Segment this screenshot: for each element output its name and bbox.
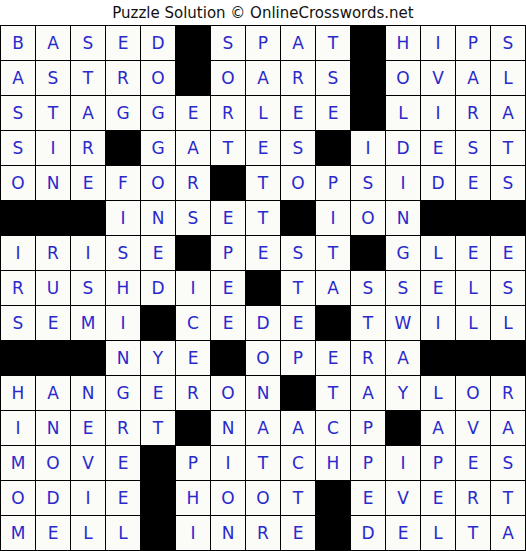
black-cell	[1, 201, 36, 236]
letter-cell: N	[71, 376, 106, 411]
letter-cell: O	[386, 61, 421, 96]
letter-cell: C	[316, 411, 351, 446]
letter-cell: A	[1, 61, 36, 96]
letter-cell: M	[71, 306, 106, 341]
letter-cell: I	[1, 236, 36, 271]
letter-cell: P	[316, 166, 351, 201]
letter-cell: A	[36, 376, 71, 411]
letter-cell: E	[211, 271, 246, 306]
letter-cell: R	[491, 376, 526, 411]
letter-cell: I	[106, 201, 141, 236]
letter-cell: N	[36, 411, 71, 446]
black-cell	[351, 96, 386, 131]
letter-cell: H	[1, 376, 36, 411]
letter-cell: R	[106, 411, 141, 446]
black-cell	[71, 201, 106, 236]
black-cell	[1, 341, 36, 376]
letter-cell: A	[246, 411, 281, 446]
letter-cell: N	[246, 376, 281, 411]
letter-cell: R	[351, 341, 386, 376]
letter-cell: V	[71, 446, 106, 481]
black-cell	[141, 446, 176, 481]
letter-cell: E	[456, 166, 491, 201]
letter-cell: F	[106, 166, 141, 201]
letter-cell: E	[421, 481, 456, 516]
letter-cell: L	[386, 96, 421, 131]
letter-cell: D	[246, 306, 281, 341]
black-cell	[211, 166, 246, 201]
letter-cell: S	[281, 131, 316, 166]
letter-cell: L	[421, 236, 456, 271]
letter-cell: E	[351, 481, 386, 516]
letter-cell: L	[421, 516, 456, 551]
black-cell	[351, 26, 386, 61]
letter-cell: I	[211, 446, 246, 481]
black-cell	[456, 201, 491, 236]
letter-cell: A	[351, 376, 386, 411]
letter-cell: T	[456, 516, 491, 551]
letter-cell: Y	[386, 376, 421, 411]
letter-cell: E	[106, 446, 141, 481]
letter-cell: H	[106, 271, 141, 306]
letter-cell: N	[211, 411, 246, 446]
letter-cell: C	[176, 306, 211, 341]
letter-cell: E	[71, 166, 106, 201]
letter-cell: A	[316, 271, 351, 306]
letter-cell: D	[141, 271, 176, 306]
letter-cell: S	[71, 26, 106, 61]
black-cell	[71, 341, 106, 376]
letter-cell: S	[71, 271, 106, 306]
letter-cell: A	[281, 26, 316, 61]
letter-cell: T	[281, 481, 316, 516]
letter-cell: O	[456, 376, 491, 411]
letter-cell: O	[1, 166, 36, 201]
black-cell	[36, 341, 71, 376]
letter-cell: E	[281, 96, 316, 131]
letter-cell: R	[71, 131, 106, 166]
letter-cell: S	[36, 61, 71, 96]
letter-cell: O	[211, 481, 246, 516]
letter-cell: R	[106, 61, 141, 96]
letter-cell: T	[316, 236, 351, 271]
black-cell	[176, 61, 211, 96]
letter-cell: S	[106, 236, 141, 271]
letter-cell: H	[176, 481, 211, 516]
letter-cell: L	[491, 61, 526, 96]
letter-cell: E	[106, 26, 141, 61]
letter-cell: M	[1, 516, 36, 551]
letter-cell: R	[246, 516, 281, 551]
black-cell	[491, 201, 526, 236]
letter-cell: R	[456, 481, 491, 516]
letter-cell: S	[1, 306, 36, 341]
letter-cell: L	[456, 306, 491, 341]
letter-cell: N	[141, 201, 176, 236]
letter-cell: E	[491, 236, 526, 271]
letter-cell: E	[456, 236, 491, 271]
letter-cell: R	[36, 236, 71, 271]
letter-cell: O	[141, 166, 176, 201]
black-cell	[281, 376, 316, 411]
letter-cell: A	[456, 61, 491, 96]
letter-cell: E	[211, 201, 246, 236]
letter-cell: E	[36, 306, 71, 341]
black-cell	[351, 236, 386, 271]
black-cell	[246, 271, 281, 306]
letter-cell: T	[491, 131, 526, 166]
letter-cell: P	[351, 446, 386, 481]
letter-cell: S	[351, 271, 386, 306]
letter-cell: E	[386, 516, 421, 551]
letter-cell: D	[421, 166, 456, 201]
letter-cell: S	[316, 61, 351, 96]
page-title: Puzzle Solution © OnlineCrosswords.net	[0, 0, 526, 25]
black-cell	[176, 26, 211, 61]
letter-cell: S	[351, 166, 386, 201]
letter-cell: T	[141, 411, 176, 446]
letter-cell: V	[386, 481, 421, 516]
letter-cell: O	[141, 61, 176, 96]
letter-cell: C	[281, 446, 316, 481]
letter-cell: L	[421, 376, 456, 411]
letter-cell: T	[351, 306, 386, 341]
puzzle-solution-page: Puzzle Solution © OnlineCrosswords.net B…	[0, 0, 526, 551]
letter-cell: I	[421, 306, 456, 341]
letter-cell: E	[281, 306, 316, 341]
letter-cell: E	[246, 236, 281, 271]
letter-cell: I	[176, 271, 211, 306]
crossword-grid: BASEDSPATHIPSASTROOARSOVALSTAGGERLEELIRA…	[0, 25, 526, 551]
black-cell	[351, 61, 386, 96]
letter-cell: E	[456, 446, 491, 481]
letter-cell: O	[246, 341, 281, 376]
letter-cell: R	[281, 61, 316, 96]
letter-cell: T	[71, 61, 106, 96]
letter-cell: P	[246, 26, 281, 61]
letter-cell: I	[176, 516, 211, 551]
letter-cell: S	[386, 271, 421, 306]
letter-cell: I	[421, 26, 456, 61]
letter-cell: E	[421, 271, 456, 306]
letter-cell: R	[176, 166, 211, 201]
letter-cell: R	[456, 96, 491, 131]
letter-cell: U	[36, 271, 71, 306]
letter-cell: A	[246, 61, 281, 96]
letter-cell: A	[281, 411, 316, 446]
black-cell	[141, 481, 176, 516]
letter-cell: S	[456, 131, 491, 166]
letter-cell: P	[421, 446, 456, 481]
letter-cell: A	[71, 96, 106, 131]
letter-cell: O	[36, 446, 71, 481]
letter-cell: A	[491, 516, 526, 551]
letter-cell: T	[211, 131, 246, 166]
letter-cell: E	[176, 96, 211, 131]
letter-cell: R	[1, 271, 36, 306]
letter-cell: Y	[141, 341, 176, 376]
letter-cell: L	[456, 271, 491, 306]
letter-cell: A	[491, 411, 526, 446]
letter-cell: I	[351, 131, 386, 166]
letter-cell: I	[386, 446, 421, 481]
letter-cell: I	[386, 166, 421, 201]
letter-cell: S	[1, 131, 36, 166]
letter-cell: E	[141, 376, 176, 411]
black-cell	[141, 306, 176, 341]
letter-cell: E	[141, 236, 176, 271]
letter-cell: T	[36, 96, 71, 131]
letter-cell: E	[106, 481, 141, 516]
black-cell	[211, 341, 246, 376]
black-cell	[456, 341, 491, 376]
letter-cell: T	[316, 376, 351, 411]
letter-cell: S	[1, 96, 36, 131]
letter-cell: T	[491, 481, 526, 516]
letter-cell: E	[36, 516, 71, 551]
letter-cell: A	[36, 26, 71, 61]
black-cell	[281, 201, 316, 236]
letter-cell: W	[386, 306, 421, 341]
black-cell	[176, 236, 211, 271]
black-cell	[106, 131, 141, 166]
letter-cell: D	[141, 26, 176, 61]
letter-cell: E	[211, 306, 246, 341]
letter-cell: P	[211, 236, 246, 271]
letter-cell: G	[141, 131, 176, 166]
black-cell	[316, 306, 351, 341]
letter-cell: O	[1, 481, 36, 516]
letter-cell: H	[316, 446, 351, 481]
letter-cell: E	[316, 341, 351, 376]
letter-cell: G	[386, 236, 421, 271]
letter-cell: T	[246, 446, 281, 481]
letter-cell: A	[421, 411, 456, 446]
letter-cell: P	[456, 26, 491, 61]
letter-cell: L	[71, 516, 106, 551]
letter-cell: I	[71, 236, 106, 271]
letter-cell: I	[1, 411, 36, 446]
black-cell	[316, 131, 351, 166]
letter-cell: T	[281, 271, 316, 306]
letter-cell: E	[281, 516, 316, 551]
letter-cell: L	[491, 306, 526, 341]
letter-cell: I	[421, 96, 456, 131]
letter-cell: P	[176, 446, 211, 481]
letter-cell: L	[246, 96, 281, 131]
letter-cell: I	[106, 306, 141, 341]
black-cell	[421, 341, 456, 376]
letter-cell: N	[386, 201, 421, 236]
letter-cell: G	[106, 96, 141, 131]
letter-cell: D	[351, 516, 386, 551]
letter-cell: S	[281, 236, 316, 271]
letter-cell: I	[316, 201, 351, 236]
letter-cell: O	[246, 481, 281, 516]
black-cell	[176, 411, 211, 446]
letter-cell: I	[71, 481, 106, 516]
letter-cell: G	[106, 376, 141, 411]
letter-cell: L	[106, 516, 141, 551]
letter-cell: P	[351, 411, 386, 446]
black-cell	[141, 516, 176, 551]
letter-cell: B	[1, 26, 36, 61]
letter-cell: N	[106, 341, 141, 376]
letter-cell: O	[281, 166, 316, 201]
letter-cell: E	[421, 131, 456, 166]
letter-cell: A	[176, 131, 211, 166]
letter-cell: V	[456, 411, 491, 446]
letter-cell: S	[211, 26, 246, 61]
letter-cell: S	[491, 446, 526, 481]
letter-cell: N	[36, 166, 71, 201]
letter-cell: S	[176, 201, 211, 236]
letter-cell: D	[36, 481, 71, 516]
letter-cell: A	[491, 96, 526, 131]
letter-cell: T	[246, 166, 281, 201]
letter-cell: O	[211, 376, 246, 411]
black-cell	[386, 411, 421, 446]
letter-cell: E	[246, 131, 281, 166]
letter-cell: S	[491, 26, 526, 61]
letter-cell: R	[176, 376, 211, 411]
letter-cell: G	[141, 96, 176, 131]
letter-cell: E	[316, 96, 351, 131]
black-cell	[316, 481, 351, 516]
letter-cell: R	[211, 96, 246, 131]
letter-cell: A	[386, 341, 421, 376]
letter-cell: V	[421, 61, 456, 96]
black-cell	[491, 341, 526, 376]
letter-cell: D	[386, 131, 421, 166]
letter-cell: N	[211, 516, 246, 551]
letter-cell: E	[71, 411, 106, 446]
letter-cell: E	[176, 341, 211, 376]
letter-cell: I	[36, 131, 71, 166]
letter-cell: O	[351, 201, 386, 236]
letter-cell: S	[491, 166, 526, 201]
letter-cell: P	[281, 341, 316, 376]
letter-cell: S	[491, 271, 526, 306]
black-cell	[316, 516, 351, 551]
letter-cell: M	[1, 446, 36, 481]
black-cell	[421, 201, 456, 236]
letter-cell: T	[246, 201, 281, 236]
letter-cell: T	[316, 26, 351, 61]
black-cell	[36, 201, 71, 236]
letter-cell: H	[386, 26, 421, 61]
letter-cell: O	[211, 61, 246, 96]
